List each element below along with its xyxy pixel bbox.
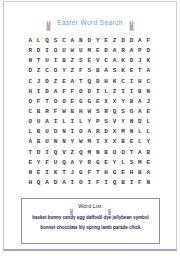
grid-cell[interactable]: O (77, 178, 85, 188)
grid-cell[interactable]: D (85, 36, 93, 46)
grid-cell[interactable]: Y (60, 66, 68, 76)
grid-cell[interactable]: X (102, 97, 110, 107)
grid-cell[interactable]: I (127, 178, 135, 188)
grid-cell[interactable]: B (94, 66, 102, 76)
header: Easter Word Search (0, 17, 180, 27)
grid-cell[interactable]: A (110, 46, 118, 56)
grid-cell[interactable]: B (34, 127, 42, 137)
grid-cell[interactable]: Z (34, 66, 42, 76)
grid-cell[interactable]: T (43, 97, 51, 107)
grid-cell[interactable]: T (26, 148, 34, 158)
grid-cell[interactable]: J (68, 168, 76, 178)
grid-cell[interactable]: C (144, 77, 152, 87)
grid-cell[interactable]: L (119, 158, 127, 168)
grid-cell[interactable]: R (94, 127, 102, 137)
grid-cell[interactable]: S (102, 117, 110, 127)
grid-cell[interactable]: C (102, 56, 110, 66)
grid-cell[interactable]: P (94, 117, 102, 127)
grid-cell[interactable]: U (51, 158, 59, 168)
grid-cell[interactable]: N (26, 168, 34, 178)
grid-cell[interactable]: B (34, 107, 42, 117)
grid-cell[interactable]: O (119, 148, 127, 158)
bunny-icon (45, 17, 52, 27)
grid-cell[interactable]: D (34, 148, 42, 158)
grid-cell[interactable]: O (110, 148, 118, 158)
grid-cell[interactable]: F (68, 87, 76, 97)
grid-cell[interactable]: L (26, 127, 34, 137)
grid-cell[interactable]: Q (34, 178, 42, 188)
grid-cell[interactable]: M (85, 148, 93, 158)
grid-cell[interactable]: V (110, 117, 118, 127)
grid-cell[interactable]: A (26, 36, 34, 46)
grid-cell[interactable]: U (60, 46, 68, 56)
grid-cell[interactable]: L (34, 36, 42, 46)
grid-cell[interactable]: F (77, 66, 85, 76)
grid-cell[interactable]: D (43, 87, 51, 97)
grid-cell[interactable]: B (119, 178, 127, 188)
grid-cell[interactable]: S (94, 107, 102, 117)
grid-cell[interactable]: B (144, 148, 152, 158)
grid-cell[interactable]: M (85, 137, 93, 147)
grid-cell[interactable]: T (34, 56, 42, 66)
grid-cell[interactable]: V (60, 148, 68, 158)
grid-cell[interactable]: I (43, 46, 51, 56)
grid-cell[interactable]: J (144, 97, 152, 107)
grid-cell[interactable]: T (60, 168, 68, 178)
grid-cell[interactable]: I (94, 87, 102, 97)
word-list-label: Word List: (78, 203, 103, 209)
grid-cell[interactable]: Q (43, 36, 51, 46)
grid-cell[interactable]: H (102, 77, 110, 87)
grid-cell[interactable]: K (51, 168, 59, 178)
grid-cell[interactable]: D (136, 117, 144, 127)
grid-cell[interactable]: Q (60, 158, 68, 168)
grid-cell[interactable]: A (102, 66, 110, 76)
grid-cell[interactable]: V (94, 56, 102, 66)
grid-cell[interactable]: O (51, 127, 59, 137)
grid-cell[interactable]: Y (34, 158, 42, 168)
grid-cell[interactable]: R (102, 107, 110, 117)
grid-cell[interactable]: Y (144, 137, 152, 147)
grid-cell[interactable]: Q (77, 148, 85, 158)
grid-cell[interactable]: E (119, 168, 127, 178)
grid-cell[interactable]: O (77, 87, 85, 97)
grid-cell[interactable]: O (51, 97, 59, 107)
grid-cell[interactable]: H (136, 77, 144, 87)
grid-cell[interactable]: J (34, 77, 42, 87)
grid-cell[interactable]: Y (85, 117, 93, 127)
grid-cell[interactable]: U (34, 117, 42, 127)
grid-cell[interactable]: F (51, 107, 59, 117)
grid-cell[interactable]: A (43, 178, 51, 188)
grid-cell[interactable]: C (26, 77, 34, 87)
grid-cell[interactable]: L (144, 127, 152, 137)
grid-cell[interactable]: T (136, 66, 144, 76)
word-list-header: Word List: (22, 202, 159, 210)
grid-cell[interactable]: F (85, 168, 93, 178)
grid-cell[interactable]: S (77, 56, 85, 66)
grid-cell[interactable]: A (51, 87, 59, 97)
grid-cell[interactable]: X (110, 137, 118, 147)
grid-cell[interactable]: B (136, 168, 144, 178)
grid-cell[interactable]: D (94, 77, 102, 87)
grid-cell[interactable]: R (26, 46, 34, 56)
grid-cell[interactable]: O (77, 127, 85, 137)
grid-cell[interactable]: D (34, 46, 42, 56)
grid-cell[interactable]: H (77, 107, 85, 117)
grid-cell[interactable]: H (102, 168, 110, 178)
grid-cell[interactable]: Z (110, 87, 118, 97)
grid-cell[interactable]: D (26, 66, 34, 76)
grid-cell[interactable]: U (77, 46, 85, 56)
grid-cell[interactable]: K (110, 77, 118, 87)
grid-cell[interactable]: T (77, 77, 85, 87)
grid-cell[interactable]: O (60, 97, 68, 107)
grid-cell[interactable]: I (68, 117, 76, 127)
word-list-box: Word List: basket bunny candy egg daffod… (21, 198, 160, 244)
word-list-line-2: bonnet chocolate lily spring lamb parade… (29, 224, 152, 230)
grid-cell[interactable]: A (144, 168, 152, 178)
grid-cell[interactable]: L (144, 117, 152, 127)
grid-cell[interactable]: D (43, 77, 51, 87)
grid-cell[interactable]: F (34, 97, 42, 107)
grid-cell[interactable]: L (60, 117, 68, 127)
grid-cell[interactable]: E (127, 66, 135, 76)
grid-cell[interactable]: Y (119, 117, 127, 127)
grid-cell[interactable]: O (26, 97, 34, 107)
grid-cell[interactable]: B (119, 137, 127, 147)
grid-cell[interactable]: F (136, 178, 144, 188)
grid-cell[interactable]: F (60, 87, 68, 97)
grid-cell[interactable]: E (34, 168, 42, 178)
grid-cell[interactable]: O (51, 46, 59, 56)
grid-cell[interactable]: A (136, 97, 144, 107)
grid-cell[interactable]: U (43, 127, 51, 137)
grid-cell[interactable]: E (94, 97, 102, 107)
grid-cell[interactable]: D (85, 87, 93, 97)
grid-cell[interactable]: D (102, 127, 110, 137)
grid-cell[interactable]: R (119, 46, 127, 56)
grid-cell[interactable]: L (102, 87, 110, 97)
grid-cell[interactable]: B (68, 107, 76, 117)
grid-cell[interactable]: I (51, 117, 59, 127)
grid-cell[interactable]: N (60, 127, 68, 137)
grid-cell[interactable]: X (102, 137, 110, 147)
grid-cell[interactable]: D (119, 36, 127, 46)
grid-cell[interactable]: W (68, 46, 76, 56)
grid-cell[interactable]: N (60, 137, 68, 147)
grid-cell[interactable]: Z (68, 148, 76, 158)
grid-cell[interactable]: Z (68, 66, 76, 76)
grid-cell[interactable]: S (127, 158, 135, 168)
grid-cell[interactable]: E (60, 77, 68, 87)
grid-cell[interactable]: E (127, 137, 135, 147)
grid-cell[interactable]: F (94, 178, 102, 188)
bunny-icon (69, 202, 74, 210)
grid-cell[interactable]: S (119, 107, 127, 117)
grid-cell[interactable]: S (85, 66, 93, 76)
grid-cell[interactable]: I (51, 56, 59, 66)
grid-cell[interactable]: E (144, 158, 152, 168)
grid-cell[interactable]: R (85, 158, 93, 168)
grid-cell[interactable]: O (127, 107, 135, 117)
grid-cell[interactable]: L (136, 127, 144, 137)
grid-cell[interactable]: L (77, 117, 85, 127)
grid-cell[interactable]: Q (85, 77, 93, 87)
grid-cell[interactable]: A (68, 77, 76, 87)
grid-cell[interactable]: J (136, 56, 144, 66)
grid-cell[interactable]: B (102, 148, 110, 158)
grid-cell[interactable]: M (85, 46, 93, 56)
grid-cell[interactable]: E (102, 36, 110, 46)
grid-cell[interactable]: I (43, 168, 51, 178)
grid-cell[interactable]: A (127, 46, 135, 56)
grid-cell[interactable]: G (94, 158, 102, 168)
grid-cell[interactable]: L (136, 137, 144, 147)
grid-cell[interactable]: U (43, 137, 51, 147)
grid-cell[interactable]: Q (110, 107, 118, 117)
grid-cell[interactable]: X (110, 97, 118, 107)
grid-cell[interactable]: E (102, 158, 110, 168)
grid-cell[interactable]: I (85, 178, 93, 188)
grid-cell[interactable]: Q (110, 178, 118, 188)
grid-cell[interactable]: D (51, 178, 59, 188)
grid-cell[interactable]: Q (51, 148, 59, 158)
grid-cell[interactable]: M (136, 158, 144, 168)
grid-cell[interactable]: X (110, 127, 118, 137)
grid-cell[interactable]: N (77, 36, 85, 46)
grid-cell[interactable]: K (119, 56, 127, 66)
grid-cell[interactable]: A (85, 127, 93, 137)
grid-cell[interactable]: N (127, 127, 135, 137)
grid-cell[interactable]: F (43, 158, 51, 168)
grid-cell[interactable]: D (127, 56, 135, 66)
grid-cell[interactable]: W (77, 137, 85, 147)
grid-cell[interactable]: E (94, 46, 102, 56)
grid-cell[interactable]: I (68, 178, 76, 188)
grid-cell[interactable]: H (26, 87, 34, 97)
grid-cell[interactable]: A (26, 137, 34, 147)
grid-cell[interactable]: G (77, 97, 85, 107)
grid-cell[interactable]: H (127, 168, 135, 178)
grid-cell[interactable]: C (26, 107, 34, 117)
grid-cell[interactable]: I (94, 137, 102, 147)
grid-cell[interactable]: B (34, 137, 42, 147)
grid-cell[interactable]: A (136, 107, 144, 117)
grid-cell[interactable]: I (119, 87, 127, 97)
grid-cell[interactable]: I (127, 77, 135, 87)
grid-cell[interactable]: Y (77, 158, 85, 168)
grid-cell[interactable]: G (85, 97, 93, 107)
grid-cell[interactable]: C (60, 36, 68, 46)
grid-cell[interactable]: E (144, 107, 152, 117)
grid-cell[interactable]: I (43, 148, 51, 158)
grid-cell[interactable]: C (43, 66, 51, 76)
grid-cell[interactable]: U (43, 56, 51, 66)
grid-cell[interactable]: A (144, 66, 152, 76)
grid-cell[interactable]: C (119, 77, 127, 87)
grid-cell[interactable]: K (119, 66, 127, 76)
grid-cell[interactable]: A (68, 158, 76, 168)
grid-cell[interactable]: N (127, 117, 135, 127)
grid-cell[interactable]: N (144, 178, 152, 188)
word-list-line-1: basket bunny candy egg daffodil dye jell… (29, 214, 152, 220)
grid-cell[interactable]: O (51, 66, 59, 76)
grid-cell[interactable]: N (144, 87, 152, 97)
grid-cell[interactable]: B (60, 56, 68, 66)
grid-cell[interactable]: G (110, 168, 118, 178)
grid-cell[interactable]: Z (51, 77, 59, 87)
grid-cell[interactable]: E (26, 158, 34, 168)
grid-cell[interactable]: H (26, 178, 34, 188)
grid-cell[interactable]: G (77, 168, 85, 178)
grid-cell[interactable]: B (127, 97, 135, 107)
grid-cell[interactable]: A (60, 178, 68, 188)
word-grid: ALQSCANDYEZDDAFRDIOUWUMEDARAPDNTUIBZSEVC… (26, 36, 153, 188)
grid-cell[interactable]: I (102, 178, 110, 188)
grid-cell[interactable]: Z (110, 36, 118, 46)
grid-cell[interactable]: W (60, 107, 68, 117)
grid-cell[interactable]: N (51, 137, 59, 147)
grid-cell[interactable]: A (136, 36, 144, 46)
grid-cell[interactable]: B (136, 87, 144, 97)
grid-cell[interactable]: P (136, 46, 144, 56)
grid-cell[interactable]: Y (94, 36, 102, 46)
grid-cell[interactable]: Z (68, 56, 76, 66)
grid-cell[interactable]: I (127, 87, 135, 97)
grid-cell[interactable]: F (144, 36, 152, 46)
grid-cell[interactable]: R (43, 107, 51, 117)
worksheet-page: Easter Word Search ALQSCANDYEZDDAFRDIOUW… (0, 0, 180, 256)
grid-cell[interactable]: D (127, 36, 135, 46)
grid-cell[interactable]: A (110, 56, 118, 66)
grid-cell[interactable]: A (136, 148, 144, 158)
grid-cell[interactable]: M (119, 127, 127, 137)
grid-cell[interactable]: K (144, 56, 152, 66)
grid-cell[interactable]: I (34, 87, 42, 97)
bunny-icon (107, 202, 112, 210)
grid-cell[interactable]: D (102, 46, 110, 56)
grid-cell[interactable]: S (110, 66, 118, 76)
grid-cell[interactable]: A (68, 36, 76, 46)
grid-cell[interactable]: Y (68, 137, 76, 147)
grid-cell[interactable]: W (85, 107, 93, 117)
grid-cell[interactable]: E (68, 97, 76, 107)
grid-cell[interactable]: Y (110, 158, 118, 168)
grid-cell[interactable]: E (85, 56, 93, 66)
grid-cell[interactable]: I (68, 127, 76, 137)
grid-cell[interactable]: N (94, 148, 102, 158)
grid-cell[interactable]: N (26, 56, 34, 66)
grid-cell[interactable]: A (43, 117, 51, 127)
page-title: Easter Word Search (57, 19, 123, 26)
bunny-icon (128, 17, 135, 27)
grid-cell[interactable]: T (127, 148, 135, 158)
grid-cell[interactable]: S (51, 36, 59, 46)
grid-cell[interactable]: Y (119, 97, 127, 107)
grid-cell[interactable]: O (26, 117, 34, 127)
grid-cell[interactable]: D (144, 46, 152, 56)
grid-cell[interactable]: T (94, 168, 102, 178)
